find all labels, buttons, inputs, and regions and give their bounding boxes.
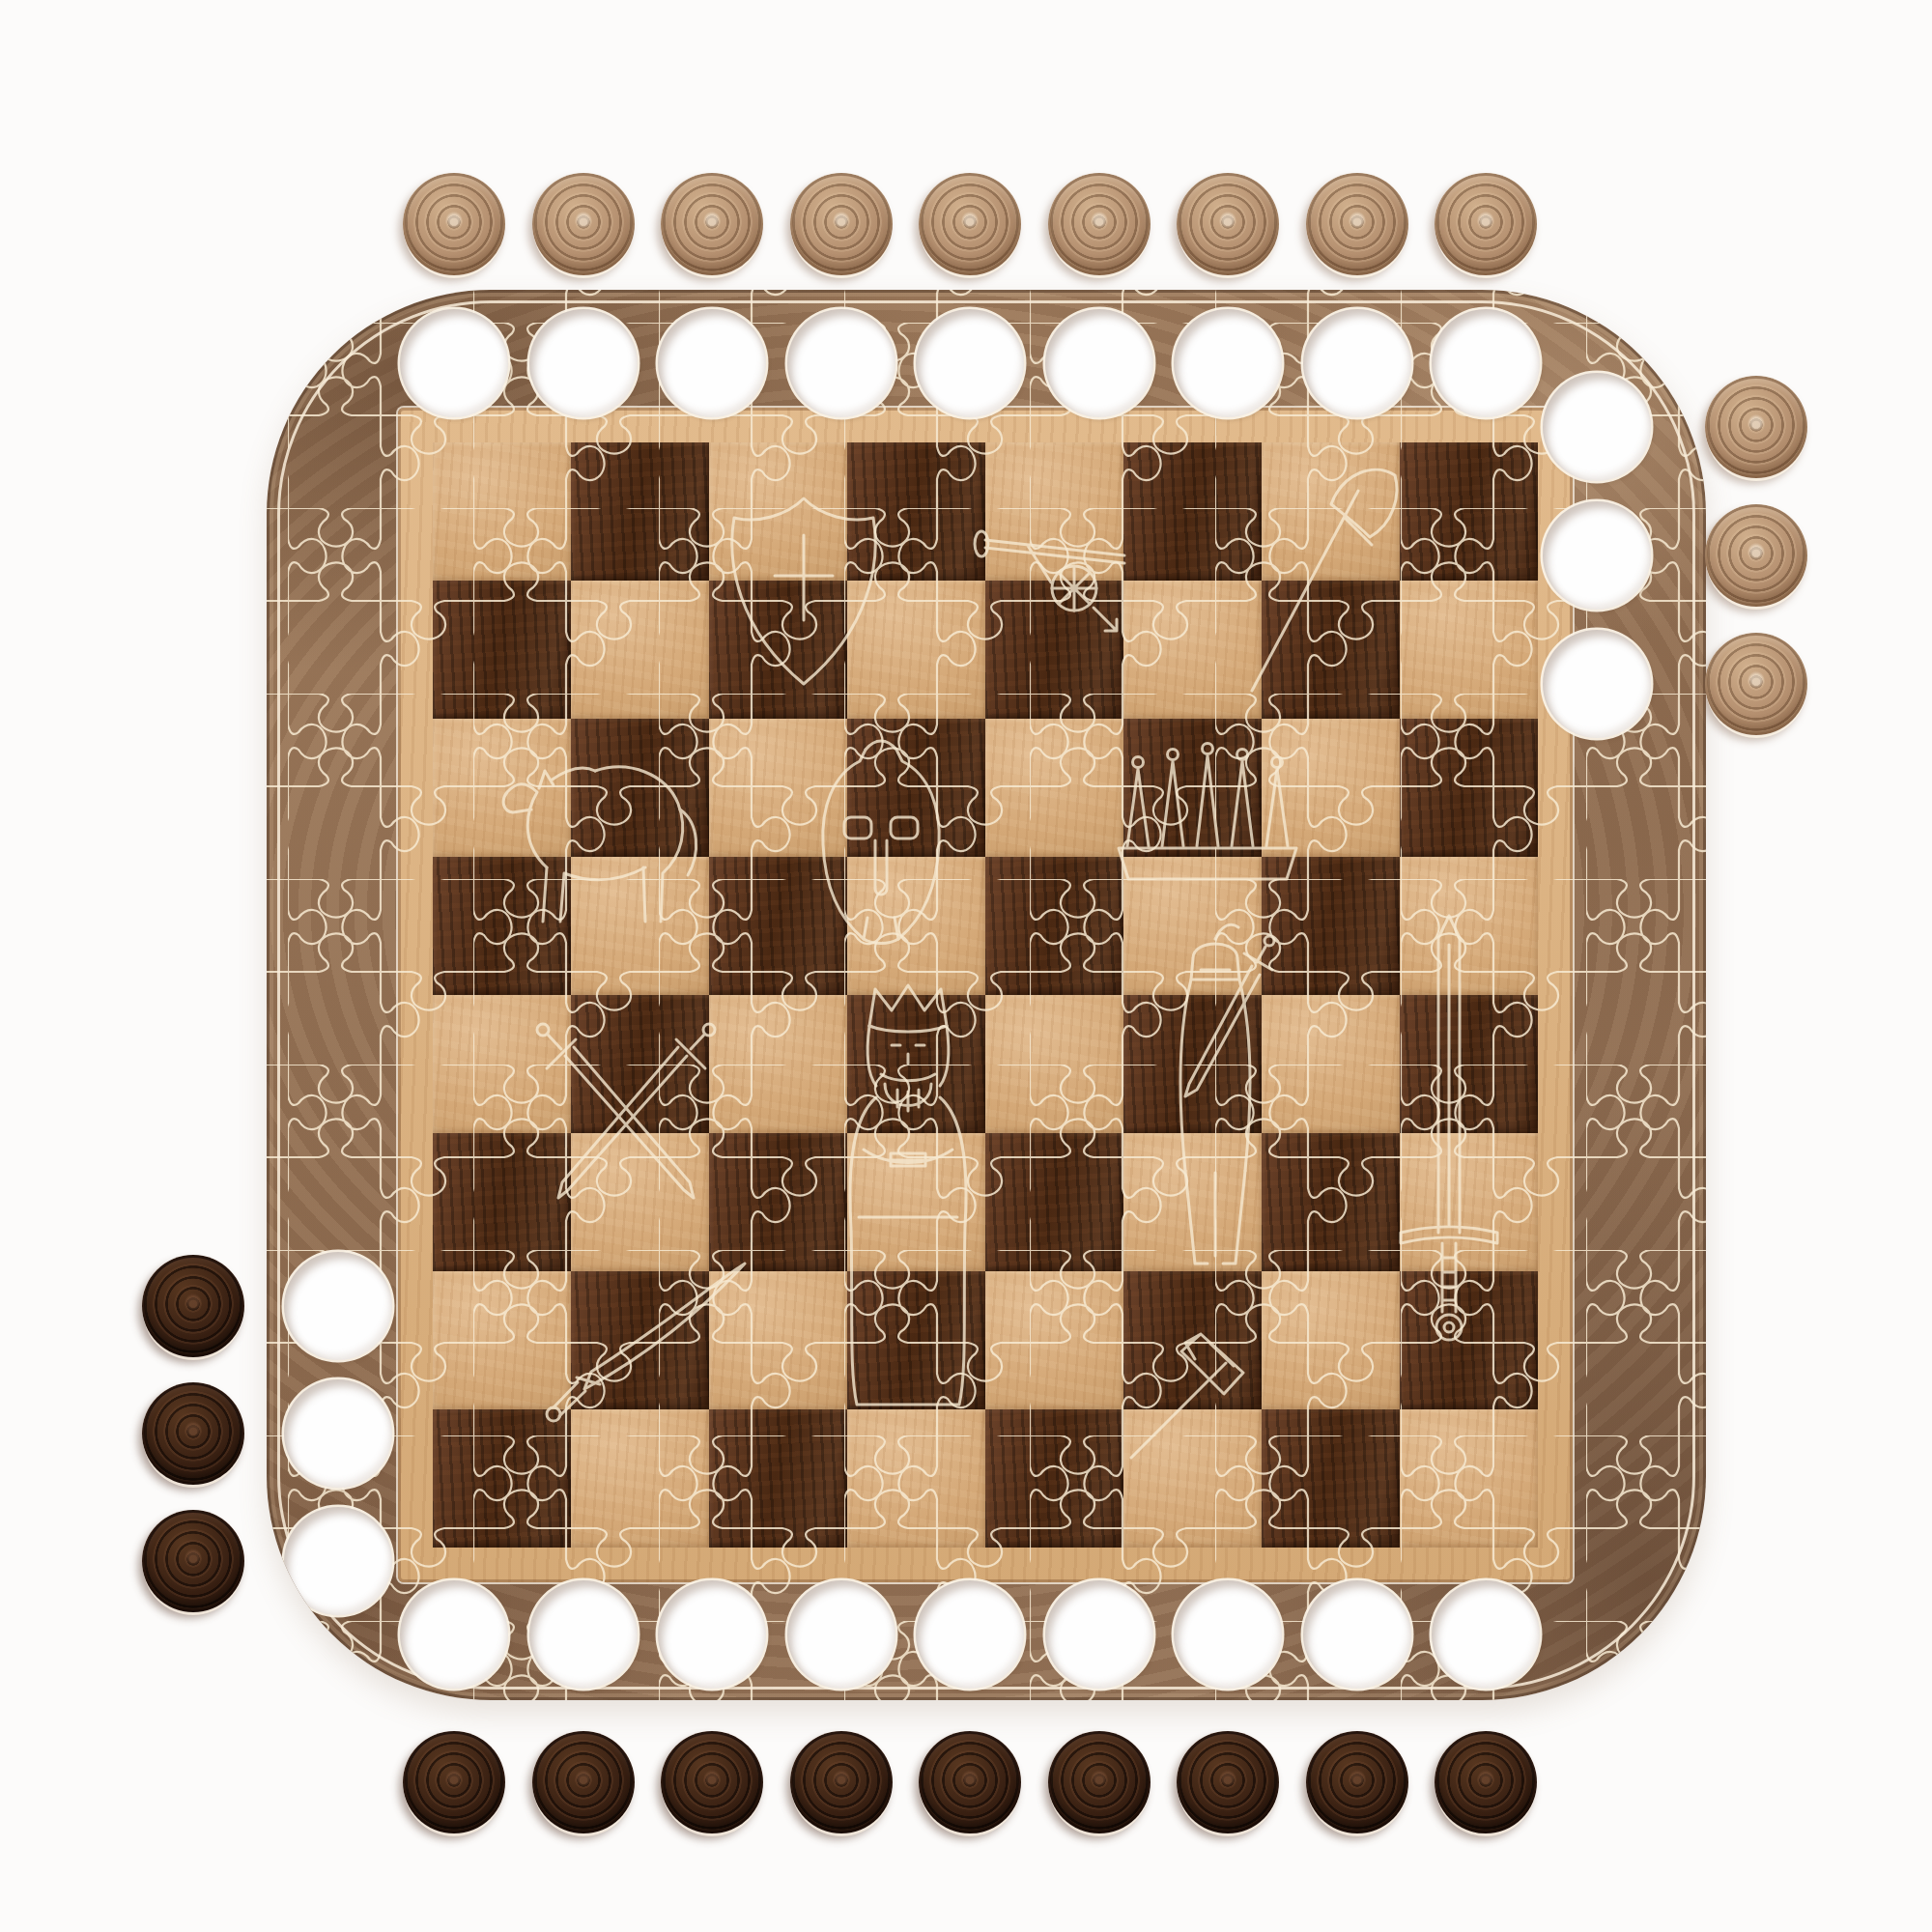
board-square-f4[interactable] — [1123, 995, 1262, 1133]
checker-light[interactable] — [1705, 376, 1807, 478]
storage-hole[interactable] — [1543, 630, 1651, 738]
board-square-a8[interactable] — [433, 442, 571, 581]
board-square-c2[interactable] — [709, 1271, 847, 1409]
board-square-g2[interactable] — [1262, 1271, 1400, 1409]
checker-dark[interactable] — [532, 1731, 635, 1833]
board-square-b1[interactable] — [571, 1409, 709, 1548]
board-square-h1[interactable] — [1400, 1409, 1538, 1548]
storage-hole[interactable] — [400, 309, 508, 417]
storage-hole[interactable] — [787, 309, 895, 417]
board-square-h4[interactable] — [1400, 995, 1538, 1133]
checker-dark[interactable] — [1306, 1731, 1408, 1833]
board-square-e6[interactable] — [985, 719, 1123, 857]
checker-light[interactable] — [1435, 173, 1537, 275]
board-square-c1[interactable] — [709, 1409, 847, 1548]
checker-dark[interactable] — [790, 1731, 893, 1833]
board-square-e2[interactable] — [985, 1271, 1123, 1409]
checker-light[interactable] — [1177, 173, 1279, 275]
checker-light[interactable] — [1306, 173, 1408, 275]
storage-hole[interactable] — [284, 1252, 392, 1360]
storage-hole[interactable] — [529, 1580, 638, 1689]
checker-dark[interactable] — [919, 1731, 1021, 1833]
storage-hole[interactable] — [787, 1580, 895, 1689]
board-square-f8[interactable] — [1123, 442, 1262, 581]
board-square-a3[interactable] — [433, 1133, 571, 1271]
storage-hole[interactable] — [1543, 373, 1651, 481]
board-square-c3[interactable] — [709, 1133, 847, 1271]
board-square-a6[interactable] — [433, 719, 571, 857]
checker-light[interactable] — [919, 173, 1021, 275]
board-square-h2[interactable] — [1400, 1271, 1538, 1409]
board-square-g1[interactable] — [1262, 1409, 1400, 1548]
board-square-d7[interactable] — [847, 581, 985, 719]
board-square-d4[interactable] — [847, 995, 985, 1133]
storage-hole[interactable] — [1045, 1580, 1153, 1689]
board-square-e3[interactable] — [985, 1133, 1123, 1271]
storage-hole[interactable] — [658, 1580, 766, 1689]
board-square-c7[interactable] — [709, 581, 847, 719]
board-square-d5[interactable] — [847, 857, 985, 995]
storage-hole[interactable] — [1045, 309, 1153, 417]
checker-light[interactable] — [790, 173, 893, 275]
checker-light[interactable] — [1705, 633, 1807, 735]
storage-hole[interactable] — [1303, 309, 1411, 417]
board-square-d2[interactable] — [847, 1271, 985, 1409]
board-square-f3[interactable] — [1123, 1133, 1262, 1271]
storage-hole[interactable] — [1432, 309, 1540, 417]
board-square-g3[interactable] — [1262, 1133, 1400, 1271]
board-square-a4[interactable] — [433, 995, 571, 1133]
board-square-d3[interactable] — [847, 1133, 985, 1271]
checker-dark[interactable] — [142, 1510, 244, 1612]
storage-hole[interactable] — [1303, 1580, 1411, 1689]
board-square-f6[interactable] — [1123, 719, 1262, 857]
board-square-f1[interactable] — [1123, 1409, 1262, 1548]
storage-hole[interactable] — [916, 309, 1024, 417]
board-square-g8[interactable] — [1262, 442, 1400, 581]
board-square-d6[interactable] — [847, 719, 985, 857]
board-square-e7[interactable] — [985, 581, 1123, 719]
game-board — [267, 290, 1706, 1700]
checker-light[interactable] — [1048, 173, 1151, 275]
board-square-b4[interactable] — [571, 995, 709, 1133]
checker-light[interactable] — [532, 173, 635, 275]
board-square-b7[interactable] — [571, 581, 709, 719]
storage-hole[interactable] — [284, 1507, 392, 1615]
board-square-c4[interactable] — [709, 995, 847, 1133]
checker-dark[interactable] — [142, 1255, 244, 1357]
board-square-b2[interactable] — [571, 1271, 709, 1409]
board-square-g6[interactable] — [1262, 719, 1400, 857]
board-square-e5[interactable] — [985, 857, 1123, 995]
storage-hole[interactable] — [529, 309, 638, 417]
board-square-d8[interactable] — [847, 442, 985, 581]
checker-dark[interactable] — [661, 1731, 763, 1833]
checker-light[interactable] — [661, 173, 763, 275]
storage-hole[interactable] — [916, 1580, 1024, 1689]
board-square-h5[interactable] — [1400, 857, 1538, 995]
storage-hole[interactable] — [1432, 1580, 1540, 1689]
board-square-b3[interactable] — [571, 1133, 709, 1271]
board-square-d1[interactable] — [847, 1409, 985, 1548]
board-square-e4[interactable] — [985, 995, 1123, 1133]
board-square-c8[interactable] — [709, 442, 847, 581]
storage-hole[interactable] — [658, 309, 766, 417]
checkerboard-field — [433, 442, 1538, 1548]
checker-dark[interactable] — [1435, 1731, 1537, 1833]
checker-dark[interactable] — [1048, 1731, 1151, 1833]
board-square-c5[interactable] — [709, 857, 847, 995]
board-square-a5[interactable] — [433, 857, 571, 995]
checker-dark[interactable] — [142, 1382, 244, 1485]
board-square-h6[interactable] — [1400, 719, 1538, 857]
board-square-e8[interactable] — [985, 442, 1123, 581]
board-square-b6[interactable] — [571, 719, 709, 857]
board-square-f7[interactable] — [1123, 581, 1262, 719]
board-square-h7[interactable] — [1400, 581, 1538, 719]
board-square-f2[interactable] — [1123, 1271, 1262, 1409]
board-square-h3[interactable] — [1400, 1133, 1538, 1271]
board-square-a2[interactable] — [433, 1271, 571, 1409]
board-square-a7[interactable] — [433, 581, 571, 719]
checker-dark[interactable] — [1177, 1731, 1279, 1833]
storage-hole[interactable] — [1174, 1580, 1282, 1689]
storage-hole[interactable] — [284, 1379, 392, 1488]
board-square-g5[interactable] — [1262, 857, 1400, 995]
storage-hole[interactable] — [1543, 501, 1651, 610]
board-square-g4[interactable] — [1262, 995, 1400, 1133]
board-square-b5[interactable] — [571, 857, 709, 995]
checker-light[interactable] — [403, 173, 505, 275]
board-square-b8[interactable] — [571, 442, 709, 581]
board-square-c6[interactable] — [709, 719, 847, 857]
board-square-a1[interactable] — [433, 1409, 571, 1548]
board-square-f5[interactable] — [1123, 857, 1262, 995]
storage-hole[interactable] — [400, 1580, 508, 1689]
board-square-e1[interactable] — [985, 1409, 1123, 1548]
puzzle-checkers-scene — [0, 0, 1932, 1932]
board-square-h8[interactable] — [1400, 442, 1538, 581]
checker-dark[interactable] — [403, 1731, 505, 1833]
storage-hole[interactable] — [1174, 309, 1282, 417]
checker-light[interactable] — [1705, 504, 1807, 607]
board-square-g7[interactable] — [1262, 581, 1400, 719]
